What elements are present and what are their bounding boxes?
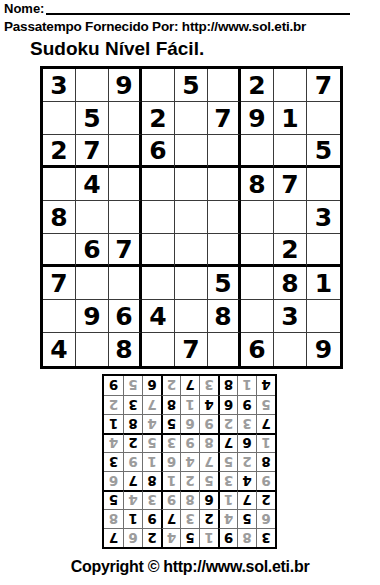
puzzle-cell-r2c5 — [175, 102, 208, 135]
answer-cell-r7c3: 2 — [218, 414, 237, 433]
puzzle-cell-r5c6 — [208, 201, 241, 234]
puzzle-cell-r8c8: 3 — [274, 300, 307, 333]
puzzle-cell-r3c2: 7 — [76, 135, 109, 168]
answer-cell-r3c1: 2 — [256, 490, 275, 509]
puzzle-cell-r4c6 — [208, 168, 241, 201]
answer-cell-r2c8: 1 — [123, 509, 142, 528]
answer-cell-r8c8: 3 — [123, 395, 142, 414]
answer-cell-r9c1: 4 — [256, 376, 275, 395]
answer-cell-r2c1: 6 — [256, 509, 275, 528]
answer-cell-r8c6: 8 — [161, 395, 180, 414]
puzzle-cell-r6c1 — [43, 234, 76, 267]
puzzle-cell-r3c6 — [208, 135, 241, 168]
puzzle-cell-r9c9: 9 — [307, 333, 340, 366]
answer-cell-r5c5: 4 — [180, 452, 199, 471]
puzzle-cell-r2c8: 1 — [274, 102, 307, 135]
puzzle-cell-r6c5 — [175, 234, 208, 267]
puzzle-cell-r7c6: 5 — [208, 267, 241, 300]
puzzle-cell-r9c3: 8 — [109, 333, 142, 366]
puzzle-cell-r1c1: 3 — [43, 69, 76, 102]
puzzle-cell-r4c8: 7 — [274, 168, 307, 201]
answer-cell-r4c1: 9 — [256, 471, 275, 490]
answer-cell-r4c9: 6 — [104, 471, 123, 490]
puzzle-cell-r3c9: 5 — [307, 135, 340, 168]
answer-cell-r9c9: 9 — [104, 376, 123, 395]
puzzle-cell-r6c9 — [307, 234, 340, 267]
puzzle-cell-r2c2: 5 — [76, 102, 109, 135]
puzzle-cell-r1c6 — [208, 69, 241, 102]
page: Nome: Passatempo Fornecido Por: http://w… — [0, 0, 380, 585]
answer-cell-r8c5: 1 — [180, 395, 199, 414]
puzzle-cell-r7c9: 1 — [307, 267, 340, 300]
answer-cell-r9c7: 6 — [142, 376, 161, 395]
puzzle-cell-r9c4 — [142, 333, 175, 366]
puzzle-cell-r9c2 — [76, 333, 109, 366]
puzzle-cell-r7c8: 8 — [274, 267, 307, 300]
answer-cell-r4c2: 4 — [237, 471, 256, 490]
puzzle-cell-r1c2 — [76, 69, 109, 102]
answer-cell-r7c9: 1 — [104, 414, 123, 433]
puzzle-cell-r5c5 — [175, 201, 208, 234]
puzzle-cell-r5c9: 3 — [307, 201, 340, 234]
answer-cell-r1c2: 8 — [237, 528, 256, 547]
puzzle-cell-r2c1 — [43, 102, 76, 135]
page-title: Sudoku Nível Fácil. — [30, 38, 204, 60]
puzzle-cell-r4c1 — [43, 168, 76, 201]
puzzle-cell-r5c1: 8 — [43, 201, 76, 234]
answer-cell-r7c4: 9 — [199, 414, 218, 433]
puzzle-cell-r4c5 — [175, 168, 208, 201]
puzzle-cell-r8c9 — [307, 300, 340, 333]
answer-cell-r9c4: 3 — [199, 376, 218, 395]
puzzle-cell-r7c2 — [76, 267, 109, 300]
answer-cell-r2c6: 7 — [161, 509, 180, 528]
answer-cell-r6c9: 4 — [104, 433, 123, 452]
answer-cell-r4c3: 3 — [218, 471, 237, 490]
answer-cell-r8c3: 6 — [218, 395, 237, 414]
answer-cell-r1c9: 7 — [104, 528, 123, 547]
puzzle-cell-r2c3 — [109, 102, 142, 135]
answer-cell-r9c2: 1 — [237, 376, 256, 395]
answer-cell-r6c4: 8 — [199, 433, 218, 452]
answer-cell-r3c9: 5 — [104, 490, 123, 509]
answer-cell-r5c7: 1 — [142, 452, 161, 471]
puzzle-cell-r5c3 — [109, 201, 142, 234]
answer-cell-r5c1: 8 — [256, 452, 275, 471]
answer-cell-r9c3: 8 — [218, 376, 237, 395]
puzzle-cell-r2c7: 9 — [241, 102, 274, 135]
puzzle-cell-r1c5: 5 — [175, 69, 208, 102]
puzzle-cell-r4c7: 8 — [241, 168, 274, 201]
answer-cell-r3c8: 4 — [123, 490, 142, 509]
answer-cell-r1c5: 5 — [180, 528, 199, 547]
puzzle-cell-r6c6 — [208, 234, 241, 267]
puzzle-cell-r9c1: 4 — [43, 333, 76, 366]
puzzle-cell-r4c4 — [142, 168, 175, 201]
puzzle-cell-r9c5: 7 — [175, 333, 208, 366]
answer-cell-r4c6: 1 — [161, 471, 180, 490]
answer-cell-r8c4: 4 — [199, 395, 218, 414]
puzzle-cell-r1c9: 7 — [307, 69, 340, 102]
answer-cell-r1c4: 1 — [199, 528, 218, 547]
answer-cell-r6c8: 2 — [123, 433, 142, 452]
answer-cell-r7c1: 7 — [256, 414, 275, 433]
puzzle-cell-r8c7 — [241, 300, 274, 333]
puzzle-cell-r7c3 — [109, 267, 142, 300]
answer-cell-r5c9: 3 — [104, 452, 123, 471]
puzzle-cell-r3c3 — [109, 135, 142, 168]
answer-cell-r3c4: 6 — [199, 490, 218, 509]
puzzle-cell-r2c6: 7 — [208, 102, 241, 135]
answer-cell-r2c3: 4 — [218, 509, 237, 528]
answer-cell-r6c5: 9 — [180, 433, 199, 452]
answer-cell-r7c7: 4 — [142, 414, 161, 433]
puzzle-cell-r6c4 — [142, 234, 175, 267]
name-row: Nome: — [4, 1, 350, 16]
answer-cell-r5c2: 2 — [237, 452, 256, 471]
puzzle-cell-r3c4: 6 — [142, 135, 175, 168]
provided-by-text: Passatempo Fornecido Por: http://www.sol… — [4, 19, 306, 34]
answer-cell-r3c7: 3 — [142, 490, 161, 509]
answer-cell-r5c6: 6 — [161, 452, 180, 471]
puzzle-cell-r1c7: 2 — [241, 69, 274, 102]
puzzle-cell-r4c9 — [307, 168, 340, 201]
answer-cell-r6c2: 6 — [237, 433, 256, 452]
answer-cell-r5c8: 9 — [123, 452, 142, 471]
answer-cell-r2c7: 9 — [142, 509, 161, 528]
answer-key-grid: 3891542676542379182716893459435218768257… — [102, 374, 277, 549]
puzzle-cell-r6c7 — [241, 234, 274, 267]
puzzle-cell-r5c7 — [241, 201, 274, 234]
answer-cell-r3c6: 9 — [161, 490, 180, 509]
answer-cell-r2c9: 8 — [104, 509, 123, 528]
puzzle-cell-r8c6: 8 — [208, 300, 241, 333]
answer-cell-r4c4: 5 — [199, 471, 218, 490]
answer-cell-r8c7: 7 — [142, 395, 161, 414]
puzzle-cell-r7c4 — [142, 267, 175, 300]
answer-cell-r7c5: 6 — [180, 414, 199, 433]
puzzle-cell-r6c3: 7 — [109, 234, 142, 267]
name-fill-line — [46, 1, 350, 15]
main-sudoku-grid: 395275279127654878367275819648348769 — [40, 66, 343, 369]
answer-cell-r6c1: 1 — [256, 433, 275, 452]
puzzle-cell-r7c5 — [175, 267, 208, 300]
puzzle-cell-r9c8 — [274, 333, 307, 366]
puzzle-cell-r9c7: 6 — [241, 333, 274, 366]
puzzle-cell-r3c7 — [241, 135, 274, 168]
answer-cell-r2c2: 5 — [237, 509, 256, 528]
answer-cell-r9c8: 5 — [123, 376, 142, 395]
puzzle-cell-r4c2: 4 — [76, 168, 109, 201]
puzzle-cell-r2c4: 2 — [142, 102, 175, 135]
answer-cell-r3c3: 1 — [218, 490, 237, 509]
puzzle-cell-r4c3 — [109, 168, 142, 201]
puzzle-cell-r8c3: 6 — [109, 300, 142, 333]
answer-cell-r1c8: 6 — [123, 528, 142, 547]
puzzle-cell-r3c8 — [274, 135, 307, 168]
answer-cell-r3c2: 7 — [237, 490, 256, 509]
answer-cell-r1c6: 4 — [161, 528, 180, 547]
answer-cell-r7c2: 3 — [237, 414, 256, 433]
answer-cell-r1c3: 9 — [218, 528, 237, 547]
answer-cell-r2c5: 3 — [180, 509, 199, 528]
answer-cell-r5c3: 5 — [218, 452, 237, 471]
answer-cell-r8c1: 5 — [256, 395, 275, 414]
puzzle-cell-r8c4: 4 — [142, 300, 175, 333]
puzzle-cell-r7c7 — [241, 267, 274, 300]
puzzle-cell-r3c1: 2 — [43, 135, 76, 168]
answer-cell-r5c4: 7 — [199, 452, 218, 471]
puzzle-cell-r2c9 — [307, 102, 340, 135]
answer-cell-r8c2: 9 — [237, 395, 256, 414]
answer-cell-r3c5: 8 — [180, 490, 199, 509]
answer-cell-r7c8: 8 — [123, 414, 142, 433]
puzzle-cell-r3c5 — [175, 135, 208, 168]
answer-cell-r1c7: 2 — [142, 528, 161, 547]
answer-cell-r9c6: 2 — [161, 376, 180, 395]
answer-cell-r2c4: 2 — [199, 509, 218, 528]
answer-cell-r8c9: 2 — [104, 395, 123, 414]
puzzle-cell-r1c8 — [274, 69, 307, 102]
puzzle-cell-r1c4 — [142, 69, 175, 102]
answer-cell-r4c8: 7 — [123, 471, 142, 490]
puzzle-cell-r8c5 — [175, 300, 208, 333]
puzzle-cell-r8c2: 9 — [76, 300, 109, 333]
name-label: Nome: — [4, 1, 44, 16]
puzzle-cell-r5c2 — [76, 201, 109, 234]
answer-cell-r6c7: 5 — [142, 433, 161, 452]
puzzle-cell-r5c4 — [142, 201, 175, 234]
answer-cell-r6c3: 7 — [218, 433, 237, 452]
puzzle-cell-r9c6 — [208, 333, 241, 366]
puzzle-cell-r8c1 — [43, 300, 76, 333]
answer-cell-r9c5: 7 — [180, 376, 199, 395]
puzzle-cell-r5c8 — [274, 201, 307, 234]
answer-cell-r6c6: 3 — [161, 433, 180, 452]
puzzle-cell-r6c2: 6 — [76, 234, 109, 267]
puzzle-cell-r1c3: 9 — [109, 69, 142, 102]
copyright-text: Copyright © http://www.sol.eti.br — [0, 558, 380, 576]
answer-cell-r1c1: 3 — [256, 528, 275, 547]
answer-cell-r4c5: 2 — [180, 471, 199, 490]
answer-cell-r7c6: 5 — [161, 414, 180, 433]
puzzle-cell-r6c8: 2 — [274, 234, 307, 267]
answer-cell-r4c7: 8 — [142, 471, 161, 490]
puzzle-cell-r7c1: 7 — [43, 267, 76, 300]
